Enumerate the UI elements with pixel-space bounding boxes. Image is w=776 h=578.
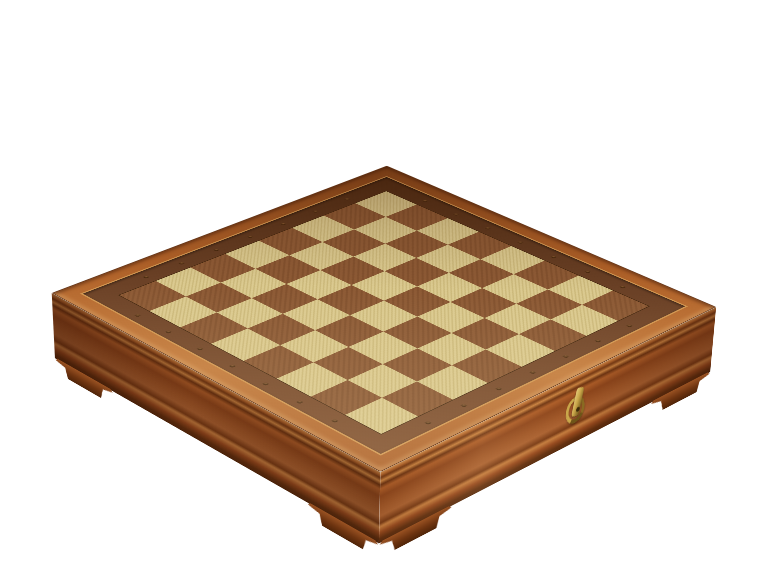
screw-dot <box>424 420 432 424</box>
screw-dot <box>594 339 601 342</box>
square-c2 <box>216 298 283 329</box>
box-foot <box>379 505 451 558</box>
square-g1 <box>311 380 382 415</box>
square-g3 <box>383 348 453 381</box>
square-e3 <box>316 315 384 347</box>
square-e4 <box>350 301 417 332</box>
square-h7 <box>551 305 618 336</box>
square-h5 <box>486 334 555 366</box>
photo-background <box>0 0 776 578</box>
square-g4 <box>417 333 486 365</box>
square-f3 <box>349 331 418 363</box>
brass-clasp-icon <box>562 379 591 436</box>
screw-dot <box>460 403 468 407</box>
square-d2 <box>248 314 316 346</box>
chess-box <box>52 166 717 472</box>
screw-dot <box>296 400 304 404</box>
screw-dot <box>196 347 203 350</box>
square-d1 <box>211 329 280 361</box>
square-f5 <box>417 302 484 333</box>
square-b1 <box>149 296 216 327</box>
square-h4 <box>452 350 522 383</box>
square-f4 <box>383 317 451 349</box>
square-h2 <box>382 381 453 416</box>
square-f2 <box>313 347 383 380</box>
square-e2 <box>280 330 349 362</box>
square-h1 <box>345 398 417 434</box>
square-f1 <box>277 362 347 396</box>
square-g2 <box>347 364 417 398</box>
screw-dot <box>262 382 270 386</box>
square-e1 <box>244 345 314 378</box>
square-h6 <box>519 319 587 351</box>
screw-dot <box>165 330 172 333</box>
screw-dot <box>562 354 569 357</box>
screw-dot <box>134 313 141 316</box>
box-foot <box>308 502 378 558</box>
screw-dot <box>529 370 536 374</box>
square-d3 <box>283 299 350 330</box>
screw-dot <box>626 324 633 327</box>
board-frame <box>52 166 717 472</box>
square-g6 <box>484 303 551 334</box>
box-foot <box>56 358 114 406</box>
square-c1 <box>180 312 248 343</box>
screw-dot <box>495 386 503 390</box>
box-foot <box>650 371 710 416</box>
screw-dot <box>229 364 236 368</box>
screw-dot <box>331 418 339 422</box>
square-g5 <box>451 318 519 350</box>
square-h3 <box>418 365 488 399</box>
